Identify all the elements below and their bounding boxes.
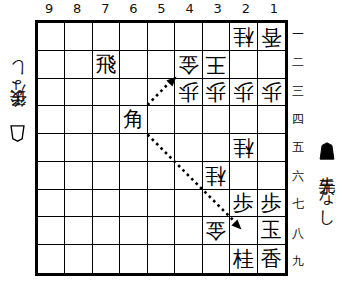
square-6五 xyxy=(120,134,147,162)
square-1七: 歩 xyxy=(258,190,285,218)
square-9二 xyxy=(38,51,65,79)
square-8九 xyxy=(65,245,92,273)
square-7二: 飛 xyxy=(93,51,120,79)
square-2九: 桂 xyxy=(230,245,257,273)
square-3五 xyxy=(203,134,230,162)
gote-piece-桂: 桂 xyxy=(205,165,226,186)
sente-piece-香: 香 xyxy=(261,249,282,270)
square-2八 xyxy=(230,217,257,245)
square-4五 xyxy=(175,134,202,162)
square-1四 xyxy=(258,106,285,134)
column-label-4: 4 xyxy=(176,1,204,17)
gote-piece-王: 王 xyxy=(205,54,226,75)
gote-piece-歩: 歩 xyxy=(205,81,226,102)
square-7六 xyxy=(93,162,120,190)
square-8六 xyxy=(65,162,92,190)
square-6一 xyxy=(120,23,147,51)
square-6三 xyxy=(120,79,147,107)
row-label-1: 一 xyxy=(289,20,307,48)
square-4七 xyxy=(175,190,202,218)
square-8七 xyxy=(65,190,92,218)
row-label-9: 九 xyxy=(289,248,307,276)
column-label-2: 2 xyxy=(232,1,260,17)
square-4三: 歩 xyxy=(175,79,202,107)
square-9九 xyxy=(38,245,65,273)
column-label-1: 1 xyxy=(260,1,288,17)
square-6二 xyxy=(120,51,147,79)
sente-piece-角: 角 xyxy=(123,109,144,130)
column-label-6: 6 xyxy=(119,1,147,17)
square-8一 xyxy=(65,23,92,51)
square-7三 xyxy=(93,79,120,107)
gote-hand-value: なし xyxy=(10,66,27,109)
gote-piece-桂: 桂 xyxy=(233,137,254,158)
square-4九 xyxy=(175,245,202,273)
sente-piece-飛: 飛 xyxy=(96,54,117,75)
square-9六 xyxy=(38,162,65,190)
square-3三: 歩 xyxy=(203,79,230,107)
square-7一 xyxy=(93,23,120,51)
sente-piece-icon xyxy=(319,142,335,160)
gote-piece-香: 香 xyxy=(261,26,282,47)
row-label-4: 四 xyxy=(289,105,307,133)
square-9四 xyxy=(38,106,65,134)
gote-hand-panel: 後手 なし xyxy=(2,14,34,142)
shogi-board: 桂香飛金王歩歩歩歩角桂桂歩歩金玉桂香 xyxy=(35,20,288,276)
column-label-8: 8 xyxy=(63,1,91,17)
square-4一 xyxy=(175,23,202,51)
square-5五 xyxy=(148,134,175,162)
square-6八 xyxy=(120,217,147,245)
square-1一: 香 xyxy=(258,23,285,51)
square-8三 xyxy=(65,79,92,107)
square-3七 xyxy=(203,190,230,218)
square-8二 xyxy=(65,51,92,79)
square-1三: 歩 xyxy=(258,79,285,107)
square-7八 xyxy=(93,217,120,245)
square-2四 xyxy=(230,106,257,134)
row-label-6: 六 xyxy=(289,162,307,190)
column-label-9: 9 xyxy=(35,1,63,17)
square-4六 xyxy=(175,162,202,190)
square-5三 xyxy=(148,79,175,107)
gote-label: 後手 xyxy=(10,118,27,122)
gote-piece-歩: 歩 xyxy=(261,81,282,102)
row-labels: 一二三四五六七八九 xyxy=(289,20,307,276)
square-5一 xyxy=(148,23,175,51)
square-7七 xyxy=(93,190,120,218)
square-6六 xyxy=(120,162,147,190)
row-label-8: 八 xyxy=(289,219,307,247)
square-9一 xyxy=(38,23,65,51)
square-5八 xyxy=(148,217,175,245)
square-1八: 玉 xyxy=(258,217,285,245)
row-label-3: 三 xyxy=(289,77,307,105)
square-4八 xyxy=(175,217,202,245)
sente-hand-value: なし xyxy=(319,176,336,219)
sente-piece-玉: 玉 xyxy=(261,220,282,241)
square-9三 xyxy=(38,79,65,107)
square-2五: 桂 xyxy=(230,134,257,162)
square-7九 xyxy=(93,245,120,273)
square-8五 xyxy=(65,134,92,162)
sente-piece-桂: 桂 xyxy=(233,249,254,270)
row-label-2: 二 xyxy=(289,48,307,76)
square-3一 xyxy=(203,23,230,51)
square-3六: 桂 xyxy=(203,162,230,190)
square-1九: 香 xyxy=(258,245,285,273)
gote-piece-歩: 歩 xyxy=(233,81,254,102)
gote-piece-金: 金 xyxy=(178,54,199,75)
square-6四: 角 xyxy=(120,106,147,134)
sente-label: 先手 xyxy=(319,163,336,167)
square-2二 xyxy=(230,51,257,79)
square-3四 xyxy=(203,106,230,134)
square-2七: 歩 xyxy=(230,190,257,218)
square-5六 xyxy=(148,162,175,190)
square-5九 xyxy=(148,245,175,273)
square-9五 xyxy=(38,134,65,162)
square-8八 xyxy=(65,217,92,245)
column-label-3: 3 xyxy=(204,1,232,17)
square-8四 xyxy=(65,106,92,134)
square-2六 xyxy=(230,162,257,190)
gote-piece-金: 金 xyxy=(205,220,226,241)
square-4四 xyxy=(175,106,202,134)
square-6九 xyxy=(120,245,147,273)
square-9八 xyxy=(38,217,65,245)
square-2三: 歩 xyxy=(230,79,257,107)
square-1六 xyxy=(258,162,285,190)
square-7五 xyxy=(93,134,120,162)
row-label-7: 七 xyxy=(289,191,307,219)
column-labels: 987654321 xyxy=(35,1,288,17)
square-1二 xyxy=(258,51,285,79)
square-3二: 王 xyxy=(203,51,230,79)
row-label-5: 五 xyxy=(289,134,307,162)
gote-piece-歩: 歩 xyxy=(178,81,199,102)
sente-piece-歩: 歩 xyxy=(261,193,282,214)
shogi-diagram: 987654321 桂香飛金王歩歩歩歩角桂桂歩歩金玉桂香 一二三四五六七八九 後… xyxy=(0,0,342,283)
square-1五 xyxy=(258,134,285,162)
square-2一: 桂 xyxy=(230,23,257,51)
sente-piece-歩: 歩 xyxy=(233,193,254,214)
square-5二 xyxy=(148,51,175,79)
square-4二: 金 xyxy=(175,51,202,79)
gote-piece-桂: 桂 xyxy=(233,26,254,47)
square-3九 xyxy=(203,245,230,273)
sente-hand-panel: 先手 なし xyxy=(313,142,341,242)
square-6七 xyxy=(120,190,147,218)
square-5四 xyxy=(148,106,175,134)
square-3八: 金 xyxy=(203,217,230,245)
square-7四 xyxy=(93,106,120,134)
square-9七 xyxy=(38,190,65,218)
square-5七 xyxy=(148,190,175,218)
gote-piece-icon xyxy=(11,125,26,142)
column-label-7: 7 xyxy=(91,1,119,17)
column-label-5: 5 xyxy=(147,1,175,17)
